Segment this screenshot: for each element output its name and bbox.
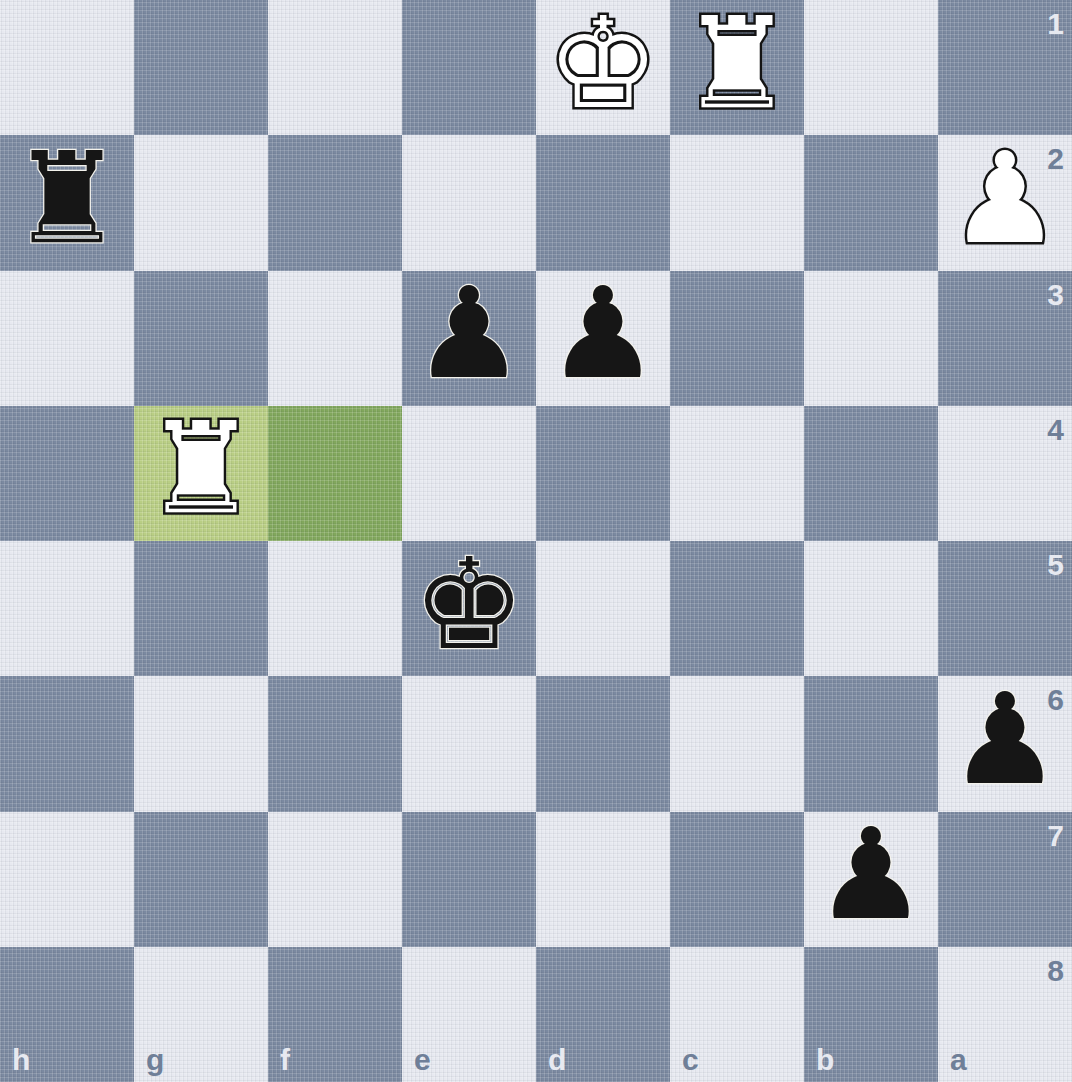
square-g4[interactable]: ♜ bbox=[134, 406, 268, 541]
chess-board: ♚♜♜♟♟♟♜♚♟♟hgfedcba12345678 bbox=[0, 0, 1072, 1082]
black-rook[interactable]: ♜ bbox=[11, 136, 124, 262]
square-c2[interactable] bbox=[670, 135, 804, 270]
square-g3[interactable] bbox=[134, 271, 268, 406]
square-c4[interactable] bbox=[670, 406, 804, 541]
square-d4[interactable] bbox=[536, 406, 670, 541]
white-king[interactable]: ♚ bbox=[547, 1, 660, 127]
square-e5[interactable]: ♚ bbox=[402, 541, 536, 676]
square-g2[interactable] bbox=[134, 135, 268, 270]
square-f2[interactable] bbox=[268, 135, 402, 270]
square-a7[interactable] bbox=[938, 812, 1072, 947]
square-a6[interactable]: ♟ bbox=[938, 676, 1072, 811]
square-e8[interactable] bbox=[402, 947, 536, 1082]
square-f8[interactable] bbox=[268, 947, 402, 1082]
square-h5[interactable] bbox=[0, 541, 134, 676]
square-h2[interactable]: ♜ bbox=[0, 135, 134, 270]
square-f5[interactable] bbox=[268, 541, 402, 676]
white-pawn[interactable]: ♟ bbox=[949, 136, 1062, 262]
square-f1[interactable] bbox=[268, 0, 402, 135]
square-h4[interactable] bbox=[0, 406, 134, 541]
square-a8[interactable] bbox=[938, 947, 1072, 1082]
square-d5[interactable] bbox=[536, 541, 670, 676]
square-b3[interactable] bbox=[804, 271, 938, 406]
square-b5[interactable] bbox=[804, 541, 938, 676]
black-pawn[interactable]: ♟ bbox=[413, 271, 526, 397]
chess-board-wrap: ♚♜♜♟♟♟♜♚♟♟hgfedcba12345678 bbox=[0, 0, 1072, 1082]
square-a5[interactable] bbox=[938, 541, 1072, 676]
white-rook[interactable]: ♜ bbox=[145, 406, 258, 532]
square-b4[interactable] bbox=[804, 406, 938, 541]
square-h6[interactable] bbox=[0, 676, 134, 811]
square-c6[interactable] bbox=[670, 676, 804, 811]
square-f3[interactable] bbox=[268, 271, 402, 406]
square-c5[interactable] bbox=[670, 541, 804, 676]
square-b7[interactable]: ♟ bbox=[804, 812, 938, 947]
square-g1[interactable] bbox=[134, 0, 268, 135]
square-f7[interactable] bbox=[268, 812, 402, 947]
square-b6[interactable] bbox=[804, 676, 938, 811]
square-h8[interactable] bbox=[0, 947, 134, 1082]
square-a2[interactable]: ♟ bbox=[938, 135, 1072, 270]
square-a4[interactable] bbox=[938, 406, 1072, 541]
square-d7[interactable] bbox=[536, 812, 670, 947]
square-h1[interactable] bbox=[0, 0, 134, 135]
square-c7[interactable] bbox=[670, 812, 804, 947]
square-f6[interactable] bbox=[268, 676, 402, 811]
square-c8[interactable] bbox=[670, 947, 804, 1082]
square-f4[interactable] bbox=[268, 406, 402, 541]
square-d8[interactable] bbox=[536, 947, 670, 1082]
square-e3[interactable]: ♟ bbox=[402, 271, 536, 406]
square-g5[interactable] bbox=[134, 541, 268, 676]
white-rook[interactable]: ♜ bbox=[681, 1, 794, 127]
square-e1[interactable] bbox=[402, 0, 536, 135]
square-d3[interactable]: ♟ bbox=[536, 271, 670, 406]
square-b1[interactable] bbox=[804, 0, 938, 135]
black-king[interactable]: ♚ bbox=[413, 542, 526, 668]
square-d6[interactable] bbox=[536, 676, 670, 811]
square-c3[interactable] bbox=[670, 271, 804, 406]
square-e7[interactable] bbox=[402, 812, 536, 947]
square-e2[interactable] bbox=[402, 135, 536, 270]
square-e4[interactable] bbox=[402, 406, 536, 541]
black-pawn[interactable]: ♟ bbox=[815, 812, 928, 938]
square-g7[interactable] bbox=[134, 812, 268, 947]
square-g8[interactable] bbox=[134, 947, 268, 1082]
black-pawn[interactable]: ♟ bbox=[547, 271, 660, 397]
black-pawn[interactable]: ♟ bbox=[949, 677, 1062, 803]
square-h7[interactable] bbox=[0, 812, 134, 947]
square-a1[interactable] bbox=[938, 0, 1072, 135]
square-b8[interactable] bbox=[804, 947, 938, 1082]
square-d1[interactable]: ♚ bbox=[536, 0, 670, 135]
square-c1[interactable]: ♜ bbox=[670, 0, 804, 135]
square-b2[interactable] bbox=[804, 135, 938, 270]
square-d2[interactable] bbox=[536, 135, 670, 270]
square-a3[interactable] bbox=[938, 271, 1072, 406]
square-g6[interactable] bbox=[134, 676, 268, 811]
square-e6[interactable] bbox=[402, 676, 536, 811]
square-h3[interactable] bbox=[0, 271, 134, 406]
